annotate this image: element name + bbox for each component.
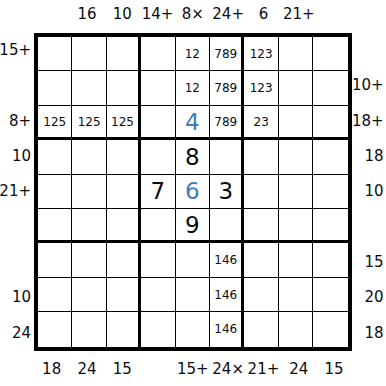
cell-r8c3[interactable] (107, 278, 141, 312)
cell-r2c4[interactable] (141, 71, 175, 105)
cell-r5c6[interactable]: 3 (210, 175, 244, 209)
cell-r6c1[interactable] (38, 209, 72, 243)
cell-r9c2[interactable] (72, 312, 106, 346)
clue-right-1 (352, 33, 386, 68)
cell-r8c9[interactable] (313, 278, 347, 312)
cell-r6c5[interactable]: 9 (176, 209, 210, 243)
cell-r3c9[interactable] (313, 106, 347, 140)
clue-bottom-6: 24× (210, 351, 245, 385)
cell-r5c8[interactable] (279, 175, 313, 209)
sudoku-board: 1278912312789123125125125478923876391461… (34, 33, 352, 351)
cell-r4c9[interactable] (313, 140, 347, 174)
cell-r6c9[interactable] (313, 209, 347, 243)
cell-r1c4[interactable] (141, 37, 175, 71)
clue-top-6: 24+ (210, 0, 245, 33)
clue-right-9: 18 (352, 315, 386, 350)
cell-r6c7[interactable] (244, 209, 278, 243)
cell-r5c3[interactable] (107, 175, 141, 209)
cell-r9c8[interactable] (279, 312, 313, 346)
clue-top-2: 16 (69, 0, 104, 33)
cell-r2c5[interactable]: 12 (176, 71, 210, 105)
cell-r2c3[interactable] (107, 71, 141, 105)
clue-bottom-5: 15+ (175, 351, 210, 385)
cell-r5c2[interactable] (72, 175, 106, 209)
frame-sudoku-puzzle: 1278912312789123125125125478923876391461… (0, 0, 386, 386)
cell-r3c7[interactable]: 23 (244, 106, 278, 140)
cell-r2c6[interactable]: 789 (210, 71, 244, 105)
cell-r2c9[interactable] (313, 71, 347, 105)
cell-r8c1[interactable] (38, 278, 72, 312)
cell-r1c8[interactable] (279, 37, 313, 71)
cell-r7c7[interactable] (244, 243, 278, 277)
clue-left-9: 24 (0, 315, 34, 350)
cell-r7c6[interactable]: 146 (210, 243, 244, 277)
cell-r4c4[interactable] (141, 140, 175, 174)
cell-r7c3[interactable] (107, 243, 141, 277)
cell-r5c1[interactable] (38, 175, 72, 209)
clue-bottom-8: 24 (281, 351, 316, 385)
cell-r3c3[interactable]: 125 (107, 106, 141, 140)
cell-r4c7[interactable] (244, 140, 278, 174)
cell-r2c2[interactable] (72, 71, 106, 105)
cell-r8c5[interactable] (176, 278, 210, 312)
cell-r3c6[interactable]: 789 (210, 106, 244, 140)
clue-top-4: 14+ (140, 0, 175, 33)
clue-top-5: 8× (175, 0, 210, 33)
cell-r9c4[interactable] (141, 312, 175, 346)
clue-left-2 (0, 68, 34, 103)
cell-r4c2[interactable] (72, 140, 106, 174)
cell-r4c6[interactable] (210, 140, 244, 174)
clue-bottom-3: 15 (105, 351, 140, 385)
cell-r1c6[interactable]: 789 (210, 37, 244, 71)
cell-r3c5[interactable]: 4 (176, 106, 210, 140)
cell-r6c4[interactable] (141, 209, 175, 243)
cell-r2c1[interactable] (38, 71, 72, 105)
clue-bottom-4 (140, 351, 175, 385)
cell-r9c7[interactable] (244, 312, 278, 346)
cell-r9c3[interactable] (107, 312, 141, 346)
clue-left-1: 15+ (0, 33, 34, 68)
cell-r1c1[interactable] (38, 37, 72, 71)
cell-r8c7[interactable] (244, 278, 278, 312)
clue-right-8: 20 (352, 280, 386, 315)
cell-r7c9[interactable] (313, 243, 347, 277)
cell-r7c2[interactable] (72, 243, 106, 277)
cell-r6c8[interactable] (279, 209, 313, 243)
cell-r9c9[interactable] (313, 312, 347, 346)
cell-r7c5[interactable] (176, 243, 210, 277)
cell-r8c6[interactable]: 146 (210, 278, 244, 312)
cell-r4c5[interactable]: 8 (176, 140, 210, 174)
cell-r5c4[interactable]: 7 (141, 175, 175, 209)
cell-r5c5[interactable]: 6 (176, 175, 210, 209)
cell-r8c8[interactable] (279, 278, 313, 312)
cell-r3c1[interactable]: 125 (38, 106, 72, 140)
cell-r4c3[interactable] (107, 140, 141, 174)
cell-r2c8[interactable] (279, 71, 313, 105)
clue-left-5: 21+ (0, 174, 34, 209)
cell-r9c6[interactable]: 146 (210, 312, 244, 346)
cell-r7c8[interactable] (279, 243, 313, 277)
clue-right-2: 10+ (352, 68, 386, 103)
clue-right-5: 10 (352, 174, 386, 209)
cell-r1c5[interactable]: 12 (176, 37, 210, 71)
cell-r4c8[interactable] (279, 140, 313, 174)
clue-top-8: 21+ (281, 0, 316, 33)
clue-right-4: 18 (352, 139, 386, 174)
cell-r3c8[interactable] (279, 106, 313, 140)
clue-top-7: 6 (246, 0, 281, 33)
clue-bottom-1: 18 (34, 351, 69, 385)
cell-r5c7[interactable] (244, 175, 278, 209)
clue-left-8: 10 (0, 280, 34, 315)
cell-r6c2[interactable] (72, 209, 106, 243)
cell-r6c3[interactable] (107, 209, 141, 243)
clue-left-4: 10 (0, 139, 34, 174)
clue-left-6 (0, 209, 34, 244)
cell-r6c6[interactable] (210, 209, 244, 243)
clue-top-3: 10 (105, 0, 140, 33)
clue-left-3: 8+ (0, 104, 34, 139)
clue-right-7: 15 (352, 245, 386, 280)
cell-r3c2[interactable]: 125 (72, 106, 106, 140)
cell-r1c2[interactable] (72, 37, 106, 71)
cell-r1c9[interactable] (313, 37, 347, 71)
cell-r1c7[interactable]: 123 (244, 37, 278, 71)
clue-bottom-2: 24 (69, 351, 104, 385)
cell-r9c1[interactable] (38, 312, 72, 346)
cell-r3c4[interactable] (141, 106, 175, 140)
cell-r8c2[interactable] (72, 278, 106, 312)
clue-top-1 (34, 0, 69, 33)
cell-r2c7[interactable]: 123 (244, 71, 278, 105)
clue-bottom-9: 15 (316, 351, 351, 385)
clue-top-9 (316, 0, 351, 33)
cell-r4c1[interactable] (38, 140, 72, 174)
clue-right-6 (352, 209, 386, 244)
cell-r7c1[interactable] (38, 243, 72, 277)
clue-right-3: 18+ (352, 104, 386, 139)
clue-left-7 (0, 245, 34, 280)
cell-r8c4[interactable] (141, 278, 175, 312)
cell-r1c3[interactable] (107, 37, 141, 71)
cell-r5c9[interactable] (313, 175, 347, 209)
clue-bottom-7: 21+ (246, 351, 281, 385)
cell-r9c5[interactable] (176, 312, 210, 346)
cell-r7c4[interactable] (141, 243, 175, 277)
